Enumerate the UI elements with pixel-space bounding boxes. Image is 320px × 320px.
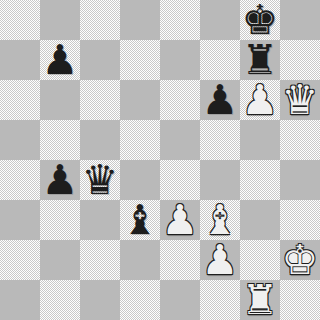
square-h2[interactable]: ♚ (280, 240, 320, 280)
square-h6[interactable]: ♛ (280, 80, 320, 120)
square-f4[interactable] (200, 160, 240, 200)
square-h7[interactable] (280, 40, 320, 80)
square-c4[interactable]: ♛ (80, 160, 120, 200)
square-c1[interactable] (80, 280, 120, 320)
square-d5[interactable] (120, 120, 160, 160)
square-b3[interactable] (40, 200, 80, 240)
square-c3[interactable] (80, 200, 120, 240)
square-h1[interactable] (280, 280, 320, 320)
square-f6[interactable]: ♟ (200, 80, 240, 120)
square-b6[interactable] (40, 80, 80, 120)
white-bishop-piece[interactable]: ♝ (202, 200, 239, 240)
square-e5[interactable] (160, 120, 200, 160)
square-d1[interactable] (120, 280, 160, 320)
white-rook-piece[interactable]: ♜ (242, 280, 279, 320)
black-king-piece[interactable]: ♚ (242, 0, 279, 40)
square-g3[interactable] (240, 200, 280, 240)
square-h5[interactable] (280, 120, 320, 160)
black-pawn-piece[interactable]: ♟ (202, 80, 239, 120)
square-f7[interactable] (200, 40, 240, 80)
white-queen-piece[interactable]: ♛ (282, 80, 319, 120)
white-pawn-piece[interactable]: ♟ (162, 200, 199, 240)
black-queen-piece[interactable]: ♛ (82, 160, 119, 200)
square-g6[interactable]: ♟ (240, 80, 280, 120)
square-a8[interactable] (0, 0, 40, 40)
black-bishop-piece[interactable]: ♝ (122, 200, 159, 240)
square-f5[interactable] (200, 120, 240, 160)
square-b4[interactable]: ♟ (40, 160, 80, 200)
square-b7[interactable]: ♟ (40, 40, 80, 80)
square-a4[interactable] (0, 160, 40, 200)
chess-diagram: ♚♟♜♟♟♛♟♛♝♟♝♟♚♜ (0, 0, 320, 320)
square-a5[interactable] (0, 120, 40, 160)
square-c5[interactable] (80, 120, 120, 160)
square-c2[interactable] (80, 240, 120, 280)
square-h3[interactable] (280, 200, 320, 240)
square-b5[interactable] (40, 120, 80, 160)
square-d4[interactable] (120, 160, 160, 200)
square-d8[interactable] (120, 0, 160, 40)
black-pawn-piece[interactable]: ♟ (42, 40, 79, 80)
square-b8[interactable] (40, 0, 80, 40)
square-a7[interactable] (0, 40, 40, 80)
square-d3[interactable]: ♝ (120, 200, 160, 240)
square-e3[interactable]: ♟ (160, 200, 200, 240)
square-c6[interactable] (80, 80, 120, 120)
square-f3[interactable]: ♝ (200, 200, 240, 240)
square-g4[interactable] (240, 160, 280, 200)
square-e8[interactable] (160, 0, 200, 40)
white-king-piece[interactable]: ♚ (282, 240, 319, 280)
square-h4[interactable] (280, 160, 320, 200)
white-pawn-piece[interactable]: ♟ (242, 80, 279, 120)
square-f2[interactable]: ♟ (200, 240, 240, 280)
square-g5[interactable] (240, 120, 280, 160)
white-pawn-piece[interactable]: ♟ (202, 240, 239, 280)
square-g2[interactable] (240, 240, 280, 280)
square-f1[interactable] (200, 280, 240, 320)
black-pawn-piece[interactable]: ♟ (42, 160, 79, 200)
square-d2[interactable] (120, 240, 160, 280)
square-e1[interactable] (160, 280, 200, 320)
black-rook-piece[interactable]: ♜ (242, 40, 279, 80)
square-e6[interactable] (160, 80, 200, 120)
square-b2[interactable] (40, 240, 80, 280)
square-d6[interactable] (120, 80, 160, 120)
square-g7[interactable]: ♜ (240, 40, 280, 80)
square-e7[interactable] (160, 40, 200, 80)
square-c7[interactable] (80, 40, 120, 80)
square-a3[interactable] (0, 200, 40, 240)
square-g8[interactable]: ♚ (240, 0, 280, 40)
square-g1[interactable]: ♜ (240, 280, 280, 320)
chess-board: ♚♟♜♟♟♛♟♛♝♟♝♟♚♜ (0, 0, 320, 320)
square-f8[interactable] (200, 0, 240, 40)
square-e2[interactable] (160, 240, 200, 280)
square-e4[interactable] (160, 160, 200, 200)
square-h8[interactable] (280, 0, 320, 40)
square-c8[interactable] (80, 0, 120, 40)
square-a6[interactable] (0, 80, 40, 120)
square-d7[interactable] (120, 40, 160, 80)
square-a1[interactable] (0, 280, 40, 320)
square-a2[interactable] (0, 240, 40, 280)
square-b1[interactable] (40, 280, 80, 320)
